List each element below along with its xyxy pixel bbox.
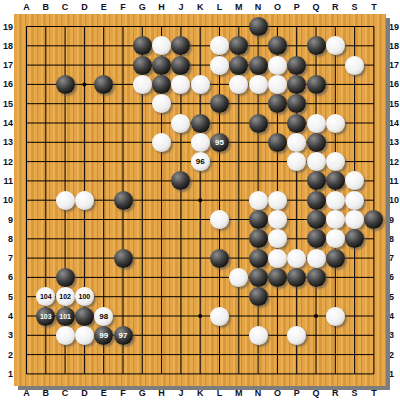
column-label: M bbox=[235, 2, 243, 12]
column-label: R bbox=[332, 2, 339, 12]
row-label: 13 bbox=[389, 137, 399, 147]
stone-G18-black[interactable] bbox=[133, 36, 152, 55]
row-label: 6 bbox=[389, 272, 394, 282]
row-label: 1 bbox=[2, 369, 13, 379]
star-point bbox=[198, 314, 202, 318]
row-label: 17 bbox=[389, 60, 399, 70]
stone-K16-white[interactable] bbox=[191, 75, 210, 94]
stone-R7-black[interactable] bbox=[326, 249, 345, 268]
row-label: 4 bbox=[389, 311, 394, 321]
column-label: M bbox=[235, 388, 243, 398]
column-label: D bbox=[81, 2, 88, 12]
stone-S10-white[interactable] bbox=[345, 191, 364, 210]
stone-N5-black[interactable] bbox=[249, 287, 268, 306]
stone-G16-white[interactable] bbox=[133, 75, 152, 94]
stone-Q10-black[interactable] bbox=[307, 191, 326, 210]
row-label: 9 bbox=[2, 215, 13, 225]
stone-L7-black[interactable] bbox=[210, 249, 229, 268]
column-label: K bbox=[197, 2, 204, 12]
star-point bbox=[82, 82, 86, 86]
column-label: B bbox=[43, 388, 50, 398]
column-label: R bbox=[332, 388, 339, 398]
stone-P3-white[interactable] bbox=[287, 326, 306, 345]
row-label: 5 bbox=[2, 292, 13, 302]
stone-Q18-black[interactable] bbox=[307, 36, 326, 55]
row-label: 12 bbox=[2, 157, 13, 167]
stone-L13-black[interactable]: 95 bbox=[210, 133, 229, 152]
stone-K12-white[interactable]: 96 bbox=[191, 152, 210, 171]
column-label: E bbox=[101, 388, 107, 398]
stone-E3-black[interactable]: 99 bbox=[94, 326, 113, 345]
stone-J14-white[interactable] bbox=[171, 114, 190, 133]
move-number-96: 96 bbox=[191, 152, 210, 171]
stone-Q7-white[interactable] bbox=[307, 249, 326, 268]
stone-N19-black[interactable] bbox=[249, 17, 268, 36]
column-label: G bbox=[139, 2, 146, 12]
column-label: Q bbox=[312, 388, 319, 398]
star-point bbox=[314, 314, 318, 318]
row-label: 5 bbox=[389, 292, 394, 302]
row-label: 15 bbox=[389, 99, 399, 109]
column-label: G bbox=[139, 388, 146, 398]
stone-Q6-black[interactable] bbox=[307, 268, 326, 287]
column-label: E bbox=[101, 2, 107, 12]
column-label: C bbox=[62, 388, 69, 398]
stone-K13-white[interactable] bbox=[191, 133, 210, 152]
stone-C6-black[interactable] bbox=[56, 268, 75, 287]
stone-F10-black[interactable] bbox=[114, 191, 133, 210]
stone-P16-black[interactable] bbox=[287, 75, 306, 94]
row-label: 14 bbox=[2, 118, 13, 128]
column-label: T bbox=[371, 388, 377, 398]
stone-H17-black[interactable] bbox=[152, 56, 171, 75]
stone-Q9-black[interactable] bbox=[307, 210, 326, 229]
stone-F3-black[interactable]: 97 bbox=[114, 326, 133, 345]
row-label: 10 bbox=[2, 195, 13, 205]
stone-R12-white[interactable] bbox=[326, 152, 345, 171]
column-label: C bbox=[62, 2, 69, 12]
row-label: 2 bbox=[2, 350, 13, 360]
stone-P17-black[interactable] bbox=[287, 56, 306, 75]
stone-Q16-black[interactable] bbox=[307, 75, 326, 94]
stone-O10-white[interactable] bbox=[268, 191, 287, 210]
stone-C16-black[interactable] bbox=[56, 75, 75, 94]
column-label: J bbox=[178, 2, 183, 12]
row-label: 14 bbox=[389, 118, 399, 128]
row-label: 16 bbox=[389, 79, 399, 89]
column-label: P bbox=[294, 2, 300, 12]
row-label: 19 bbox=[389, 22, 399, 32]
column-label: A bbox=[23, 2, 30, 12]
stone-N17-black[interactable] bbox=[249, 56, 268, 75]
row-label: 6 bbox=[2, 272, 13, 282]
column-label: P bbox=[294, 388, 300, 398]
row-label: 7 bbox=[389, 253, 394, 263]
stone-B4-black[interactable]: 103 bbox=[36, 307, 55, 326]
stone-N10-white[interactable] bbox=[249, 191, 268, 210]
star-point bbox=[198, 198, 202, 202]
column-label: Q bbox=[312, 2, 319, 12]
row-label: 18 bbox=[389, 41, 399, 51]
stone-P14-black[interactable] bbox=[287, 114, 306, 133]
stone-O13-black[interactable] bbox=[268, 133, 287, 152]
column-label: K bbox=[197, 388, 204, 398]
stone-O16-white[interactable] bbox=[268, 75, 287, 94]
stone-K14-black[interactable] bbox=[191, 114, 210, 133]
column-label: T bbox=[371, 2, 377, 12]
row-label: 15 bbox=[2, 99, 13, 109]
stone-N8-black[interactable] bbox=[249, 229, 268, 248]
stone-L4-white[interactable] bbox=[210, 307, 229, 326]
stone-E16-black[interactable] bbox=[94, 75, 113, 94]
stone-C10-white[interactable] bbox=[56, 191, 75, 210]
row-label: 19 bbox=[2, 22, 13, 32]
stone-D3-white[interactable] bbox=[75, 326, 94, 345]
column-label: S bbox=[352, 2, 358, 12]
row-label: 8 bbox=[2, 234, 13, 244]
move-number-95: 95 bbox=[210, 133, 229, 152]
stone-Q14-white[interactable] bbox=[307, 114, 326, 133]
stone-S17-white[interactable] bbox=[345, 56, 364, 75]
row-label: 2 bbox=[389, 350, 394, 360]
stone-Q11-black[interactable] bbox=[307, 171, 326, 190]
stone-O6-black[interactable] bbox=[268, 268, 287, 287]
stone-D5-white[interactable]: 100 bbox=[75, 287, 94, 306]
column-label: D bbox=[81, 388, 88, 398]
stone-O17-white[interactable] bbox=[268, 56, 287, 75]
move-number-104: 104 bbox=[36, 287, 55, 306]
row-label: 4 bbox=[2, 311, 13, 321]
stone-L17-white[interactable] bbox=[210, 56, 229, 75]
column-label: L bbox=[217, 2, 223, 12]
stone-R4-white[interactable] bbox=[326, 307, 345, 326]
stone-O15-black[interactable] bbox=[268, 94, 287, 113]
stone-Q13-black[interactable] bbox=[307, 133, 326, 152]
stone-D10-white[interactable] bbox=[75, 191, 94, 210]
stone-N6-black[interactable] bbox=[249, 268, 268, 287]
row-label: 17 bbox=[2, 60, 13, 70]
stone-R9-white[interactable] bbox=[326, 210, 345, 229]
move-number-100: 100 bbox=[75, 287, 94, 306]
stone-N14-black[interactable] bbox=[249, 114, 268, 133]
stone-E4-white[interactable]: 98 bbox=[94, 307, 113, 326]
move-number-99: 99 bbox=[94, 326, 113, 345]
row-label: 16 bbox=[2, 79, 13, 89]
stone-O7-white[interactable] bbox=[268, 249, 287, 268]
stone-D4-black[interactable] bbox=[75, 307, 94, 326]
stone-M17-black[interactable] bbox=[229, 56, 248, 75]
column-label: J bbox=[178, 388, 183, 398]
row-label: 3 bbox=[389, 330, 394, 340]
go-board-diagram: ABCDEFGHJKLMNOPQRST ABCDEFGHJKLMNOPQRST … bbox=[0, 0, 400, 400]
stone-R14-white[interactable] bbox=[326, 114, 345, 133]
stone-N3-white[interactable] bbox=[249, 326, 268, 345]
move-number-102: 102 bbox=[56, 287, 75, 306]
column-label: F bbox=[120, 2, 126, 12]
column-label: H bbox=[158, 2, 165, 12]
row-label: 12 bbox=[389, 157, 399, 167]
stone-F7-black[interactable] bbox=[114, 249, 133, 268]
column-label: B bbox=[43, 2, 50, 12]
stone-G17-black[interactable] bbox=[133, 56, 152, 75]
column-label: F bbox=[120, 388, 126, 398]
stone-C4-black[interactable]: 101 bbox=[56, 307, 75, 326]
stone-J17-black[interactable] bbox=[171, 56, 190, 75]
stone-R18-white[interactable] bbox=[326, 36, 345, 55]
stone-N16-white[interactable] bbox=[249, 75, 268, 94]
move-number-97: 97 bbox=[114, 326, 133, 345]
column-label: N bbox=[255, 388, 262, 398]
row-label: 8 bbox=[389, 234, 394, 244]
stone-P6-black[interactable] bbox=[287, 268, 306, 287]
column-label: L bbox=[217, 388, 223, 398]
stone-N7-black[interactable] bbox=[249, 249, 268, 268]
move-number-101: 101 bbox=[56, 307, 75, 326]
row-label: 10 bbox=[389, 195, 399, 205]
move-number-103: 103 bbox=[36, 307, 55, 326]
move-number-98: 98 bbox=[94, 307, 113, 326]
stone-L9-white[interactable] bbox=[210, 210, 229, 229]
stone-S9-white[interactable] bbox=[345, 210, 364, 229]
stone-Q12-white[interactable] bbox=[307, 152, 326, 171]
row-label: 7 bbox=[2, 253, 13, 263]
row-label: 1 bbox=[389, 369, 394, 379]
stone-R10-white[interactable] bbox=[326, 191, 345, 210]
column-label: S bbox=[352, 388, 358, 398]
column-label: O bbox=[274, 2, 281, 12]
stone-C5-white[interactable]: 102 bbox=[56, 287, 75, 306]
row-label: 3 bbox=[2, 330, 13, 340]
stone-C3-white[interactable] bbox=[56, 326, 75, 345]
column-label: O bbox=[274, 388, 281, 398]
stone-P7-white[interactable] bbox=[287, 249, 306, 268]
stone-B5-white[interactable]: 104 bbox=[36, 287, 55, 306]
row-label: 18 bbox=[2, 41, 13, 51]
stone-H13-white[interactable] bbox=[152, 133, 171, 152]
row-label: 13 bbox=[2, 137, 13, 147]
row-label: 11 bbox=[389, 176, 399, 186]
column-label: A bbox=[23, 388, 30, 398]
go-board[interactable]: 9596104102100103101989997 bbox=[14, 14, 386, 386]
stone-Q8-black[interactable] bbox=[307, 229, 326, 248]
row-label: 9 bbox=[389, 215, 394, 225]
column-label: H bbox=[158, 388, 165, 398]
stone-O9-white[interactable] bbox=[268, 210, 287, 229]
column-label: N bbox=[255, 2, 262, 12]
stone-N9-black[interactable] bbox=[249, 210, 268, 229]
stone-H16-black[interactable] bbox=[152, 75, 171, 94]
row-label: 11 bbox=[2, 176, 13, 186]
stone-R8-white[interactable] bbox=[326, 229, 345, 248]
stone-P13-white[interactable] bbox=[287, 133, 306, 152]
